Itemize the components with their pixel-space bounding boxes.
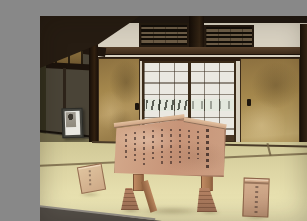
calligraphy-column — [197, 131, 199, 159]
calligraphy-column — [188, 130, 190, 160]
transom-window-right — [204, 25, 254, 49]
calligraphy-column — [143, 131, 145, 165]
outside-view — [192, 101, 232, 109]
transom-window-left — [139, 23, 189, 47]
plaque-shadow — [74, 192, 106, 197]
portrait-photo — [65, 112, 76, 127]
plaque-text-marks — [254, 186, 258, 213]
small-plaque-left — [77, 163, 106, 194]
calligraphy-column — [179, 129, 181, 163]
outside-trees — [146, 100, 188, 110]
gold-fusuma-right — [240, 58, 300, 148]
calligraphy-column — [170, 129, 172, 167]
fusuma-handle-icon — [135, 103, 139, 110]
calligraphy-column — [125, 134, 127, 160]
small-plaque-right — [242, 178, 269, 218]
fusuma-handle-icon — [247, 99, 251, 106]
japanese-room-photo: Overhead interior photograph of a tradit… — [40, 16, 307, 221]
calligraphy-column — [134, 132, 136, 162]
calligraphy-column — [161, 129, 163, 165]
horizontal-beam — [95, 47, 307, 55]
framed-portrait — [61, 108, 83, 139]
plaque-top-line — [244, 182, 268, 185]
calligraphy-title-column — [206, 129, 209, 171]
plaque-text-marks — [89, 170, 92, 187]
calligraphy-column — [152, 130, 154, 160]
right-post — [300, 24, 307, 152]
